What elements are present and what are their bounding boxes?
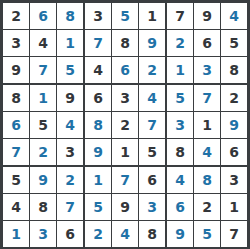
cell-r2c2[interactable]: 4: [30, 30, 56, 56]
solution-digit: 5: [202, 226, 212, 242]
cell-r4c4[interactable]: 6: [85, 85, 111, 111]
given-digit: 2: [229, 90, 239, 106]
given-digit: 8: [11, 90, 21, 106]
cell-r1c7[interactable]: 7: [167, 3, 193, 29]
cell-r3c8[interactable]: 3: [194, 57, 220, 83]
cell-r6c6[interactable]: 5: [139, 139, 165, 165]
cell-r3c5[interactable]: 6: [112, 57, 138, 83]
solution-digit: 6: [120, 62, 130, 78]
cell-r3c3[interactable]: 5: [57, 57, 83, 83]
cell-r5c8[interactable]: 1: [194, 112, 220, 138]
cell-r7c2[interactable]: 9: [30, 167, 56, 193]
cell-r9c2[interactable]: 3: [30, 221, 56, 247]
given-digit: 3: [229, 172, 239, 188]
cell-r5c3[interactable]: 4: [57, 112, 83, 138]
given-digit: 5: [229, 35, 239, 51]
given-digit: 8: [229, 62, 239, 78]
solution-digit: 5: [93, 199, 103, 215]
solution-digit: 1: [93, 172, 103, 188]
cell-r1c4[interactable]: 3: [85, 3, 111, 29]
cell-r7c4[interactable]: 1: [85, 167, 111, 193]
given-digit: 9: [11, 62, 21, 78]
solution-digit: 7: [11, 144, 21, 160]
solution-digit: 5: [120, 8, 130, 24]
given-digit: 3: [93, 8, 103, 24]
cell-r4c9[interactable]: 2: [221, 85, 247, 111]
given-digit: 3: [120, 90, 130, 106]
given-digit: 1: [229, 199, 239, 215]
cell-r8c6[interactable]: 3: [139, 194, 165, 220]
cell-r1c8[interactable]: 9: [194, 3, 220, 29]
given-digit: 4: [93, 62, 103, 78]
cell-r5c5[interactable]: 2: [112, 112, 138, 138]
sudoku-box-8: 483621957: [167, 167, 247, 247]
cell-r2c4[interactable]: 7: [85, 30, 111, 56]
sudoku-box-2: 794265138: [167, 3, 247, 83]
solution-digit: 7: [120, 172, 130, 188]
sudoku-board: 2683419753517894627942651388196547236348…: [0, 0, 250, 249]
cell-r9c6[interactable]: 8: [139, 221, 165, 247]
cell-r9c3[interactable]: 6: [57, 221, 83, 247]
solution-digit: 1: [175, 62, 185, 78]
solution-digit: 9: [93, 144, 103, 160]
given-digit: 1: [120, 144, 130, 160]
solution-digit: 6: [38, 8, 48, 24]
cell-r8c7[interactable]: 6: [167, 194, 193, 220]
cell-r8c8[interactable]: 2: [194, 194, 220, 220]
solution-digit: 7: [65, 199, 75, 215]
cell-r2c7[interactable]: 2: [167, 30, 193, 56]
cell-r4c5[interactable]: 3: [112, 85, 138, 111]
given-digit: 2: [120, 117, 130, 133]
solution-digit: 9: [147, 35, 157, 51]
solution-digit: 3: [147, 199, 157, 215]
given-digit: 5: [147, 144, 157, 160]
given-digit: 8: [175, 144, 185, 160]
sudoku-box-0: 268341975: [3, 3, 83, 83]
cell-r8c4[interactable]: 5: [85, 194, 111, 220]
cell-r3c2[interactable]: 7: [30, 57, 56, 83]
solution-digit: 4: [120, 226, 130, 242]
given-digit: 6: [93, 90, 103, 106]
cell-r9c4[interactable]: 2: [85, 221, 111, 247]
solution-digit: 2: [38, 144, 48, 160]
sudoku-box-6: 592487136: [3, 167, 83, 247]
solution-digit: 1: [38, 90, 48, 106]
given-digit: 7: [175, 8, 185, 24]
cell-r1c6[interactable]: 1: [139, 3, 165, 29]
solution-digit: 8: [65, 8, 75, 24]
cell-r7c5[interactable]: 7: [112, 167, 138, 193]
solution-digit: 7: [93, 35, 103, 51]
given-digit: 9: [120, 199, 130, 215]
cell-r7c9[interactable]: 3: [221, 167, 247, 193]
given-digit: 4: [11, 199, 21, 215]
given-digit: 5: [11, 172, 21, 188]
solution-digit: 7: [38, 62, 48, 78]
solution-digit: 2: [147, 62, 157, 78]
cell-r7c1[interactable]: 5: [3, 167, 29, 193]
cell-r8c5[interactable]: 9: [112, 194, 138, 220]
given-digit: 8: [147, 226, 157, 242]
cell-r9c1[interactable]: 1: [3, 221, 29, 247]
sudoku-box-1: 351789462: [85, 3, 165, 83]
solution-digit: 4: [175, 172, 185, 188]
cell-r5c7[interactable]: 3: [167, 112, 193, 138]
cell-r3c7[interactable]: 1: [167, 57, 193, 83]
given-digit: 3: [11, 35, 21, 51]
given-digit: 3: [65, 144, 75, 160]
solution-digit: 3: [38, 226, 48, 242]
cell-r5c6[interactable]: 7: [139, 112, 165, 138]
solution-digit: 8: [93, 117, 103, 133]
solution-digit: 6: [175, 199, 185, 215]
cell-r7c8[interactable]: 8: [194, 167, 220, 193]
sudoku-box-7: 176593248: [85, 167, 165, 247]
cell-r6c2[interactable]: 2: [30, 139, 56, 165]
given-digit: 2: [11, 8, 21, 24]
cell-r9c5[interactable]: 4: [112, 221, 138, 247]
cell-r6c7[interactable]: 8: [167, 139, 193, 165]
cell-r6c1[interactable]: 7: [3, 139, 29, 165]
solution-digit: 9: [229, 117, 239, 133]
cell-r7c7[interactable]: 4: [167, 167, 193, 193]
cell-r5c9[interactable]: 9: [221, 112, 247, 138]
solution-digit: 4: [65, 117, 75, 133]
cell-r4c7[interactable]: 5: [167, 85, 193, 111]
given-digit: 7: [229, 226, 239, 242]
cell-r9c7[interactable]: 9: [167, 221, 193, 247]
sudoku-box-5: 572319846: [167, 85, 247, 165]
cell-r4c2[interactable]: 1: [30, 85, 56, 111]
cell-r1c2[interactable]: 6: [30, 3, 56, 29]
cell-r8c2[interactable]: 8: [30, 194, 56, 220]
cell-r3c1[interactable]: 9: [3, 57, 29, 83]
given-digit: 6: [147, 172, 157, 188]
given-digit: 5: [38, 117, 48, 133]
solution-digit: 5: [65, 62, 75, 78]
cell-r3c9[interactable]: 8: [221, 57, 247, 83]
given-digit: 9: [202, 8, 212, 24]
cell-r8c1[interactable]: 4: [3, 194, 29, 220]
cell-r8c9[interactable]: 1: [221, 194, 247, 220]
solution-digit: 5: [175, 90, 185, 106]
cell-r6c8[interactable]: 4: [194, 139, 220, 165]
cell-r7c3[interactable]: 2: [57, 167, 83, 193]
solution-digit: 7: [147, 117, 157, 133]
given-digit: 1: [202, 117, 212, 133]
solution-digit: 2: [175, 35, 185, 51]
cell-r3c6[interactable]: 2: [139, 57, 165, 83]
solution-digit: 4: [147, 90, 157, 106]
given-digit: 6: [65, 226, 75, 242]
cell-r8c3[interactable]: 7: [57, 194, 83, 220]
solution-digit: 4: [229, 8, 239, 24]
cell-r1c3[interactable]: 8: [57, 3, 83, 29]
cell-r5c2[interactable]: 5: [30, 112, 56, 138]
cell-r6c3[interactable]: 3: [57, 139, 83, 165]
solution-digit: 7: [202, 90, 212, 106]
given-digit: 4: [38, 35, 48, 51]
cell-r2c8[interactable]: 6: [194, 30, 220, 56]
cell-r7c6[interactable]: 6: [139, 167, 165, 193]
cell-r4c1[interactable]: 8: [3, 85, 29, 111]
solution-digit: 4: [202, 144, 212, 160]
cell-r2c3[interactable]: 1: [57, 30, 83, 56]
cell-r2c1[interactable]: 3: [3, 30, 29, 56]
given-digit: 8: [38, 199, 48, 215]
solution-digit: 2: [65, 172, 75, 188]
cell-r5c1[interactable]: 6: [3, 112, 29, 138]
solution-digit: 1: [11, 226, 21, 242]
sudoku-box-4: 634827915: [85, 85, 165, 165]
solution-digit: 2: [93, 226, 103, 242]
cell-r1c9[interactable]: 4: [221, 3, 247, 29]
solution-digit: 3: [202, 62, 212, 78]
cell-r9c9[interactable]: 7: [221, 221, 247, 247]
cell-r1c1[interactable]: 2: [3, 3, 29, 29]
solution-digit: 6: [11, 117, 21, 133]
cell-r4c3[interactable]: 9: [57, 85, 83, 111]
given-digit: 9: [65, 90, 75, 106]
cell-r3c4[interactable]: 4: [85, 57, 111, 83]
cell-r2c5[interactable]: 8: [112, 30, 138, 56]
given-digit: 8: [120, 35, 130, 51]
cell-r2c6[interactable]: 9: [139, 30, 165, 56]
solution-digit: 9: [38, 172, 48, 188]
given-digit: 1: [147, 8, 157, 24]
cell-r4c6[interactable]: 4: [139, 85, 165, 111]
cell-r4c8[interactable]: 7: [194, 85, 220, 111]
sudoku-box-3: 819654723: [3, 85, 83, 165]
solution-digit: 8: [202, 172, 212, 188]
cell-r6c5[interactable]: 1: [112, 139, 138, 165]
given-digit: 2: [202, 199, 212, 215]
solution-digit: 3: [175, 117, 185, 133]
given-digit: 6: [202, 35, 212, 51]
cell-r2c9[interactable]: 5: [221, 30, 247, 56]
cell-r6c4[interactable]: 9: [85, 139, 111, 165]
cell-r6c9[interactable]: 6: [221, 139, 247, 165]
given-digit: 6: [229, 144, 239, 160]
solution-digit: 1: [65, 35, 75, 51]
solution-digit: 9: [175, 226, 185, 242]
cell-r1c5[interactable]: 5: [112, 3, 138, 29]
cell-r9c8[interactable]: 5: [194, 221, 220, 247]
cell-r5c4[interactable]: 8: [85, 112, 111, 138]
